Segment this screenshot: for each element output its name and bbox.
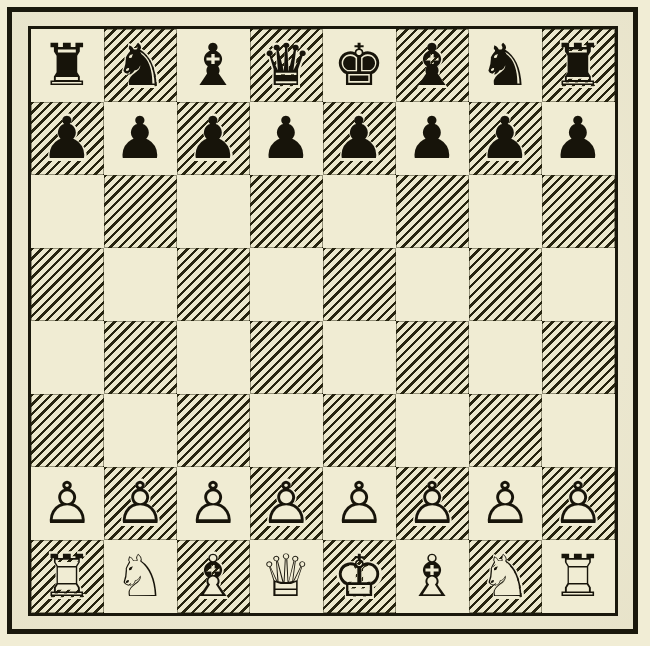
square-g1: ♞♘ — [469, 540, 542, 613]
square-e1: ♚♔ — [323, 540, 396, 613]
piece-white-pawn: ♟♙ — [323, 467, 396, 540]
piece-glyph: ♟ — [406, 102, 458, 175]
piece-white-pawn: ♟♙ — [177, 467, 250, 540]
square-b1: ♞♘ — [104, 540, 177, 613]
piece-white-rook: ♜♖ — [31, 540, 104, 613]
square-e3 — [323, 394, 396, 467]
piece-white-pawn: ♟♙ — [542, 467, 615, 540]
square-e2: ♟♙ — [323, 467, 396, 540]
piece-black-knight: ♞♞ — [104, 29, 177, 102]
piece-black-bishop: ♝♝ — [396, 29, 469, 102]
square-b8: ♞♞ — [104, 29, 177, 102]
square-b4 — [104, 321, 177, 394]
square-c1: ♝♗ — [177, 540, 250, 613]
piece-glyph: ♛ — [260, 29, 312, 102]
square-c8: ♝♝ — [177, 29, 250, 102]
piece-glyph: ♚ — [333, 29, 385, 102]
square-a4 — [31, 321, 104, 394]
piece-white-bishop: ♝♗ — [396, 540, 469, 613]
square-c6 — [177, 175, 250, 248]
square-g7: ♟♟ — [469, 102, 542, 175]
square-a5 — [31, 248, 104, 321]
board-inner-frame: ♜♜♞♞♝♝♛♛♚♚♝♝♞♞♜♜♟♟♟♟♟♟♟♟♟♟♟♟♟♟♟♟♟♙♟♙♟♙♟♙… — [28, 26, 618, 616]
square-c4 — [177, 321, 250, 394]
piece-glyph: ♟ — [552, 102, 604, 175]
square-f2: ♟♙ — [396, 467, 469, 540]
piece-black-pawn: ♟♟ — [396, 102, 469, 175]
piece-glyph: ♘ — [479, 540, 531, 613]
square-h2: ♟♙ — [542, 467, 615, 540]
square-d6 — [250, 175, 323, 248]
square-d5 — [250, 248, 323, 321]
piece-black-pawn: ♟♟ — [542, 102, 615, 175]
square-a7: ♟♟ — [31, 102, 104, 175]
square-c5 — [177, 248, 250, 321]
piece-white-pawn: ♟♙ — [104, 467, 177, 540]
square-e7: ♟♟ — [323, 102, 396, 175]
piece-glyph: ♝ — [187, 29, 239, 102]
piece-black-pawn: ♟♟ — [177, 102, 250, 175]
piece-glyph: ♙ — [114, 467, 166, 540]
piece-glyph: ♙ — [552, 467, 604, 540]
piece-glyph: ♟ — [479, 102, 531, 175]
square-h7: ♟♟ — [542, 102, 615, 175]
piece-white-bishop: ♝♗ — [177, 540, 250, 613]
piece-glyph: ♝ — [406, 29, 458, 102]
square-d8: ♛♛ — [250, 29, 323, 102]
square-h4 — [542, 321, 615, 394]
piece-glyph: ♖ — [552, 540, 604, 613]
square-g5 — [469, 248, 542, 321]
square-g3 — [469, 394, 542, 467]
square-f3 — [396, 394, 469, 467]
piece-glyph: ♕ — [260, 540, 312, 613]
square-e4 — [323, 321, 396, 394]
square-e6 — [323, 175, 396, 248]
piece-glyph: ♞ — [114, 29, 166, 102]
piece-glyph: ♟ — [187, 102, 239, 175]
square-g2: ♟♙ — [469, 467, 542, 540]
piece-glyph: ♙ — [406, 467, 458, 540]
printed-plate-frame: ♜♜♞♞♝♝♛♛♚♚♝♝♞♞♜♜♟♟♟♟♟♟♟♟♟♟♟♟♟♟♟♟♟♙♟♙♟♙♟♙… — [7, 7, 638, 634]
piece-black-pawn: ♟♟ — [104, 102, 177, 175]
piece-black-pawn: ♟♟ — [31, 102, 104, 175]
square-e5 — [323, 248, 396, 321]
square-a6 — [31, 175, 104, 248]
piece-glyph: ♗ — [406, 540, 458, 613]
piece-white-knight: ♞♘ — [469, 540, 542, 613]
square-f4 — [396, 321, 469, 394]
square-a2: ♟♙ — [31, 467, 104, 540]
piece-glyph: ♟ — [333, 102, 385, 175]
piece-white-pawn: ♟♙ — [31, 467, 104, 540]
square-c2: ♟♙ — [177, 467, 250, 540]
square-h1: ♜♖ — [542, 540, 615, 613]
piece-glyph: ♞ — [479, 29, 531, 102]
square-h3 — [542, 394, 615, 467]
square-g6 — [469, 175, 542, 248]
piece-glyph: ♙ — [260, 467, 312, 540]
square-f8: ♝♝ — [396, 29, 469, 102]
piece-black-rook: ♜♜ — [542, 29, 615, 102]
piece-glyph: ♗ — [187, 540, 239, 613]
square-h5 — [542, 248, 615, 321]
piece-black-rook: ♜♜ — [31, 29, 104, 102]
piece-white-pawn: ♟♙ — [396, 467, 469, 540]
piece-glyph: ♟ — [41, 102, 93, 175]
square-c3 — [177, 394, 250, 467]
piece-white-queen: ♛♕ — [250, 540, 323, 613]
piece-glyph: ♙ — [479, 467, 531, 540]
piece-black-pawn: ♟♟ — [323, 102, 396, 175]
square-d3 — [250, 394, 323, 467]
square-h8: ♜♜ — [542, 29, 615, 102]
square-f7: ♟♟ — [396, 102, 469, 175]
piece-black-knight: ♞♞ — [469, 29, 542, 102]
square-f1: ♝♗ — [396, 540, 469, 613]
square-a3 — [31, 394, 104, 467]
piece-glyph: ♙ — [333, 467, 385, 540]
piece-glyph: ♟ — [114, 102, 166, 175]
square-g4 — [469, 321, 542, 394]
square-b2: ♟♙ — [104, 467, 177, 540]
square-d2: ♟♙ — [250, 467, 323, 540]
piece-black-king: ♚♚ — [323, 29, 396, 102]
piece-black-bishop: ♝♝ — [177, 29, 250, 102]
square-f5 — [396, 248, 469, 321]
piece-white-pawn: ♟♙ — [469, 467, 542, 540]
piece-glyph: ♔ — [333, 540, 385, 613]
square-b7: ♟♟ — [104, 102, 177, 175]
piece-glyph: ♜ — [41, 29, 93, 102]
piece-white-king: ♚♔ — [323, 540, 396, 613]
piece-black-pawn: ♟♟ — [250, 102, 323, 175]
square-b5 — [104, 248, 177, 321]
piece-white-pawn: ♟♙ — [250, 467, 323, 540]
square-g8: ♞♞ — [469, 29, 542, 102]
chess-board: ♜♜♞♞♝♝♛♛♚♚♝♝♞♞♜♜♟♟♟♟♟♟♟♟♟♟♟♟♟♟♟♟♟♙♟♙♟♙♟♙… — [31, 29, 615, 613]
square-b6 — [104, 175, 177, 248]
piece-glyph: ♖ — [41, 540, 93, 613]
piece-glyph: ♙ — [187, 467, 239, 540]
piece-black-queen: ♛♛ — [250, 29, 323, 102]
square-c7: ♟♟ — [177, 102, 250, 175]
square-f6 — [396, 175, 469, 248]
square-a8: ♜♜ — [31, 29, 104, 102]
piece-white-rook: ♜♖ — [542, 540, 615, 613]
square-d7: ♟♟ — [250, 102, 323, 175]
piece-glyph: ♘ — [114, 540, 166, 613]
square-e8: ♚♚ — [323, 29, 396, 102]
square-b3 — [104, 394, 177, 467]
piece-white-knight: ♞♘ — [104, 540, 177, 613]
square-d1: ♛♕ — [250, 540, 323, 613]
piece-glyph: ♟ — [260, 102, 312, 175]
square-a1: ♜♖ — [31, 540, 104, 613]
piece-glyph: ♙ — [41, 467, 93, 540]
piece-black-pawn: ♟♟ — [469, 102, 542, 175]
piece-glyph: ♜ — [552, 29, 604, 102]
square-h6 — [542, 175, 615, 248]
square-d4 — [250, 321, 323, 394]
